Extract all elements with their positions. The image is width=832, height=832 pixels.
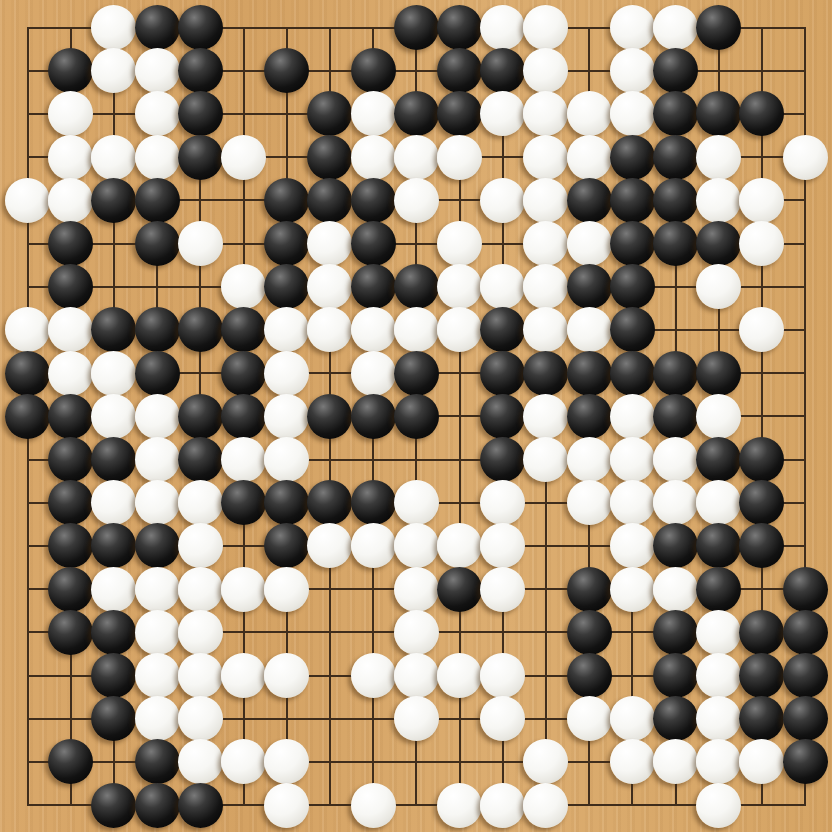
black-stone bbox=[739, 523, 784, 568]
white-stone bbox=[221, 437, 266, 482]
white-stone bbox=[437, 783, 482, 828]
go-board[interactable] bbox=[0, 0, 832, 832]
go-board-screenshot bbox=[0, 0, 832, 832]
black-stone bbox=[48, 264, 93, 309]
black-stone bbox=[653, 394, 698, 439]
black-stone bbox=[739, 91, 784, 136]
white-stone bbox=[264, 783, 309, 828]
white-stone bbox=[135, 696, 180, 741]
white-stone bbox=[523, 394, 568, 439]
white-stone bbox=[178, 739, 223, 784]
white-stone bbox=[48, 91, 93, 136]
black-stone bbox=[567, 351, 612, 396]
black-stone bbox=[567, 264, 612, 309]
white-stone bbox=[696, 610, 741, 655]
white-stone bbox=[221, 653, 266, 698]
black-stone bbox=[351, 178, 396, 223]
black-stone bbox=[653, 91, 698, 136]
black-stone bbox=[178, 307, 223, 352]
white-stone bbox=[5, 307, 50, 352]
white-stone bbox=[351, 523, 396, 568]
black-stone bbox=[696, 91, 741, 136]
black-stone bbox=[783, 653, 828, 698]
black-stone bbox=[135, 5, 180, 50]
black-stone bbox=[523, 351, 568, 396]
white-stone bbox=[221, 739, 266, 784]
white-stone bbox=[480, 523, 525, 568]
white-stone bbox=[696, 135, 741, 180]
white-stone bbox=[135, 567, 180, 612]
white-stone bbox=[394, 653, 439, 698]
black-stone bbox=[783, 610, 828, 655]
black-stone bbox=[178, 783, 223, 828]
white-stone bbox=[264, 567, 309, 612]
white-stone bbox=[437, 523, 482, 568]
white-stone bbox=[480, 653, 525, 698]
black-stone bbox=[739, 696, 784, 741]
black-stone bbox=[437, 567, 482, 612]
white-stone bbox=[696, 178, 741, 223]
white-stone bbox=[739, 307, 784, 352]
white-stone bbox=[91, 480, 136, 525]
white-stone bbox=[653, 437, 698, 482]
black-stone bbox=[135, 221, 180, 266]
white-stone bbox=[307, 307, 352, 352]
white-stone bbox=[221, 135, 266, 180]
black-stone bbox=[739, 480, 784, 525]
white-stone bbox=[351, 783, 396, 828]
white-stone bbox=[567, 221, 612, 266]
black-stone bbox=[48, 610, 93, 655]
white-stone bbox=[696, 653, 741, 698]
black-stone bbox=[480, 48, 525, 93]
black-stone bbox=[48, 48, 93, 93]
black-stone bbox=[91, 523, 136, 568]
black-stone bbox=[653, 653, 698, 698]
white-stone bbox=[610, 5, 655, 50]
black-stone bbox=[307, 91, 352, 136]
white-stone bbox=[610, 394, 655, 439]
white-stone bbox=[739, 221, 784, 266]
black-stone bbox=[135, 351, 180, 396]
white-stone bbox=[394, 480, 439, 525]
white-stone bbox=[567, 91, 612, 136]
white-stone bbox=[523, 437, 568, 482]
black-stone bbox=[264, 221, 309, 266]
white-stone bbox=[91, 567, 136, 612]
black-stone bbox=[178, 91, 223, 136]
black-stone bbox=[610, 264, 655, 309]
black-stone bbox=[178, 5, 223, 50]
white-stone bbox=[178, 653, 223, 698]
black-stone bbox=[610, 178, 655, 223]
black-stone bbox=[696, 351, 741, 396]
white-stone bbox=[178, 480, 223, 525]
white-stone bbox=[394, 307, 439, 352]
black-stone bbox=[48, 221, 93, 266]
black-stone bbox=[739, 437, 784, 482]
black-stone bbox=[653, 48, 698, 93]
white-stone bbox=[523, 5, 568, 50]
white-stone bbox=[610, 437, 655, 482]
white-stone bbox=[696, 696, 741, 741]
black-stone bbox=[91, 783, 136, 828]
white-stone bbox=[221, 264, 266, 309]
white-stone bbox=[696, 783, 741, 828]
white-stone bbox=[307, 221, 352, 266]
white-stone bbox=[351, 653, 396, 698]
white-stone bbox=[91, 5, 136, 50]
black-stone bbox=[739, 653, 784, 698]
white-stone bbox=[567, 307, 612, 352]
white-stone bbox=[523, 91, 568, 136]
white-stone bbox=[48, 135, 93, 180]
white-stone bbox=[48, 307, 93, 352]
white-stone bbox=[739, 178, 784, 223]
white-stone bbox=[307, 264, 352, 309]
black-stone bbox=[567, 567, 612, 612]
black-stone bbox=[178, 437, 223, 482]
white-stone bbox=[653, 739, 698, 784]
white-stone bbox=[135, 653, 180, 698]
black-stone bbox=[264, 480, 309, 525]
black-stone bbox=[351, 264, 396, 309]
white-stone bbox=[480, 5, 525, 50]
white-stone bbox=[351, 307, 396, 352]
white-stone bbox=[394, 696, 439, 741]
white-stone bbox=[91, 135, 136, 180]
white-stone bbox=[523, 221, 568, 266]
black-stone bbox=[48, 394, 93, 439]
white-stone bbox=[523, 264, 568, 309]
white-stone bbox=[523, 178, 568, 223]
black-stone bbox=[480, 437, 525, 482]
black-stone bbox=[48, 480, 93, 525]
black-stone bbox=[653, 351, 698, 396]
black-stone bbox=[48, 437, 93, 482]
black-stone bbox=[394, 91, 439, 136]
white-stone bbox=[135, 610, 180, 655]
white-stone bbox=[610, 523, 655, 568]
white-stone bbox=[264, 394, 309, 439]
black-stone bbox=[264, 264, 309, 309]
white-stone bbox=[351, 351, 396, 396]
black-stone bbox=[567, 653, 612, 698]
black-stone bbox=[653, 696, 698, 741]
black-stone bbox=[178, 135, 223, 180]
black-stone bbox=[653, 610, 698, 655]
black-stone bbox=[610, 135, 655, 180]
black-stone bbox=[351, 480, 396, 525]
black-stone bbox=[567, 610, 612, 655]
black-stone bbox=[91, 696, 136, 741]
white-stone bbox=[480, 480, 525, 525]
black-stone bbox=[48, 567, 93, 612]
black-stone bbox=[91, 437, 136, 482]
white-stone bbox=[437, 221, 482, 266]
black-stone bbox=[221, 307, 266, 352]
black-stone bbox=[437, 91, 482, 136]
black-stone bbox=[221, 480, 266, 525]
black-stone bbox=[135, 178, 180, 223]
black-stone bbox=[610, 221, 655, 266]
black-stone bbox=[394, 394, 439, 439]
white-stone bbox=[264, 739, 309, 784]
white-stone bbox=[48, 178, 93, 223]
white-stone bbox=[135, 437, 180, 482]
black-stone bbox=[480, 394, 525, 439]
white-stone bbox=[5, 178, 50, 223]
white-stone bbox=[696, 739, 741, 784]
black-stone bbox=[5, 351, 50, 396]
white-stone bbox=[394, 567, 439, 612]
black-stone bbox=[5, 394, 50, 439]
white-stone bbox=[394, 178, 439, 223]
white-stone bbox=[610, 696, 655, 741]
black-stone bbox=[264, 48, 309, 93]
white-stone bbox=[653, 480, 698, 525]
white-stone bbox=[178, 696, 223, 741]
white-stone bbox=[480, 696, 525, 741]
white-stone bbox=[437, 135, 482, 180]
white-stone bbox=[696, 480, 741, 525]
white-stone bbox=[91, 351, 136, 396]
black-stone bbox=[178, 48, 223, 93]
black-stone bbox=[307, 178, 352, 223]
black-stone bbox=[307, 135, 352, 180]
black-stone bbox=[480, 351, 525, 396]
black-stone bbox=[48, 739, 93, 784]
white-stone bbox=[264, 307, 309, 352]
black-stone bbox=[91, 178, 136, 223]
white-stone bbox=[264, 437, 309, 482]
white-stone bbox=[178, 610, 223, 655]
white-stone bbox=[394, 610, 439, 655]
white-stone bbox=[394, 523, 439, 568]
white-stone bbox=[178, 567, 223, 612]
black-stone bbox=[221, 394, 266, 439]
white-stone bbox=[610, 567, 655, 612]
white-stone bbox=[523, 135, 568, 180]
black-stone bbox=[394, 264, 439, 309]
white-stone bbox=[523, 307, 568, 352]
black-stone bbox=[264, 178, 309, 223]
white-stone bbox=[135, 480, 180, 525]
black-stone bbox=[783, 567, 828, 612]
white-stone bbox=[264, 351, 309, 396]
black-stone bbox=[610, 307, 655, 352]
white-stone bbox=[567, 480, 612, 525]
white-stone bbox=[567, 696, 612, 741]
white-stone bbox=[480, 264, 525, 309]
black-stone bbox=[307, 480, 352, 525]
black-stone bbox=[653, 221, 698, 266]
black-stone bbox=[351, 394, 396, 439]
black-stone bbox=[437, 5, 482, 50]
black-stone bbox=[351, 48, 396, 93]
white-stone bbox=[264, 653, 309, 698]
white-stone bbox=[783, 135, 828, 180]
white-stone bbox=[135, 135, 180, 180]
black-stone bbox=[653, 178, 698, 223]
black-stone bbox=[307, 394, 352, 439]
black-stone bbox=[135, 307, 180, 352]
white-stone bbox=[739, 739, 784, 784]
black-stone bbox=[653, 135, 698, 180]
black-stone bbox=[783, 739, 828, 784]
white-stone bbox=[480, 567, 525, 612]
black-stone bbox=[480, 307, 525, 352]
white-stone bbox=[567, 135, 612, 180]
black-stone bbox=[610, 351, 655, 396]
black-stone bbox=[135, 739, 180, 784]
white-stone bbox=[696, 394, 741, 439]
white-stone bbox=[351, 91, 396, 136]
white-stone bbox=[480, 91, 525, 136]
black-stone bbox=[178, 394, 223, 439]
white-stone bbox=[135, 394, 180, 439]
black-stone bbox=[696, 437, 741, 482]
white-stone bbox=[610, 739, 655, 784]
white-stone bbox=[437, 653, 482, 698]
white-stone bbox=[178, 523, 223, 568]
black-stone bbox=[567, 394, 612, 439]
black-stone bbox=[696, 523, 741, 568]
black-stone bbox=[221, 351, 266, 396]
white-stone bbox=[610, 480, 655, 525]
black-stone bbox=[91, 307, 136, 352]
white-stone bbox=[523, 739, 568, 784]
black-stone bbox=[783, 696, 828, 741]
white-stone bbox=[48, 351, 93, 396]
white-stone bbox=[135, 48, 180, 93]
black-stone bbox=[696, 567, 741, 612]
white-stone bbox=[307, 523, 352, 568]
black-stone bbox=[91, 610, 136, 655]
white-stone bbox=[480, 783, 525, 828]
white-stone bbox=[135, 91, 180, 136]
white-stone bbox=[480, 178, 525, 223]
black-stone bbox=[48, 523, 93, 568]
black-stone bbox=[653, 523, 698, 568]
white-stone bbox=[653, 567, 698, 612]
black-stone bbox=[135, 523, 180, 568]
black-stone bbox=[394, 5, 439, 50]
black-stone bbox=[264, 523, 309, 568]
black-stone bbox=[91, 653, 136, 698]
black-stone bbox=[351, 221, 396, 266]
white-stone bbox=[610, 91, 655, 136]
white-stone bbox=[437, 264, 482, 309]
black-stone bbox=[135, 783, 180, 828]
white-stone bbox=[221, 567, 266, 612]
black-stone bbox=[696, 5, 741, 50]
white-stone bbox=[696, 264, 741, 309]
white-stone bbox=[351, 135, 396, 180]
black-stone bbox=[437, 48, 482, 93]
white-stone bbox=[567, 437, 612, 482]
black-stone bbox=[567, 178, 612, 223]
white-stone bbox=[178, 221, 223, 266]
white-stone bbox=[437, 307, 482, 352]
white-stone bbox=[394, 135, 439, 180]
white-stone bbox=[523, 783, 568, 828]
black-stone bbox=[394, 351, 439, 396]
white-stone bbox=[653, 5, 698, 50]
white-stone bbox=[91, 394, 136, 439]
black-stone bbox=[739, 610, 784, 655]
white-stone bbox=[91, 48, 136, 93]
white-stone bbox=[523, 48, 568, 93]
black-stone bbox=[696, 221, 741, 266]
white-stone bbox=[610, 48, 655, 93]
